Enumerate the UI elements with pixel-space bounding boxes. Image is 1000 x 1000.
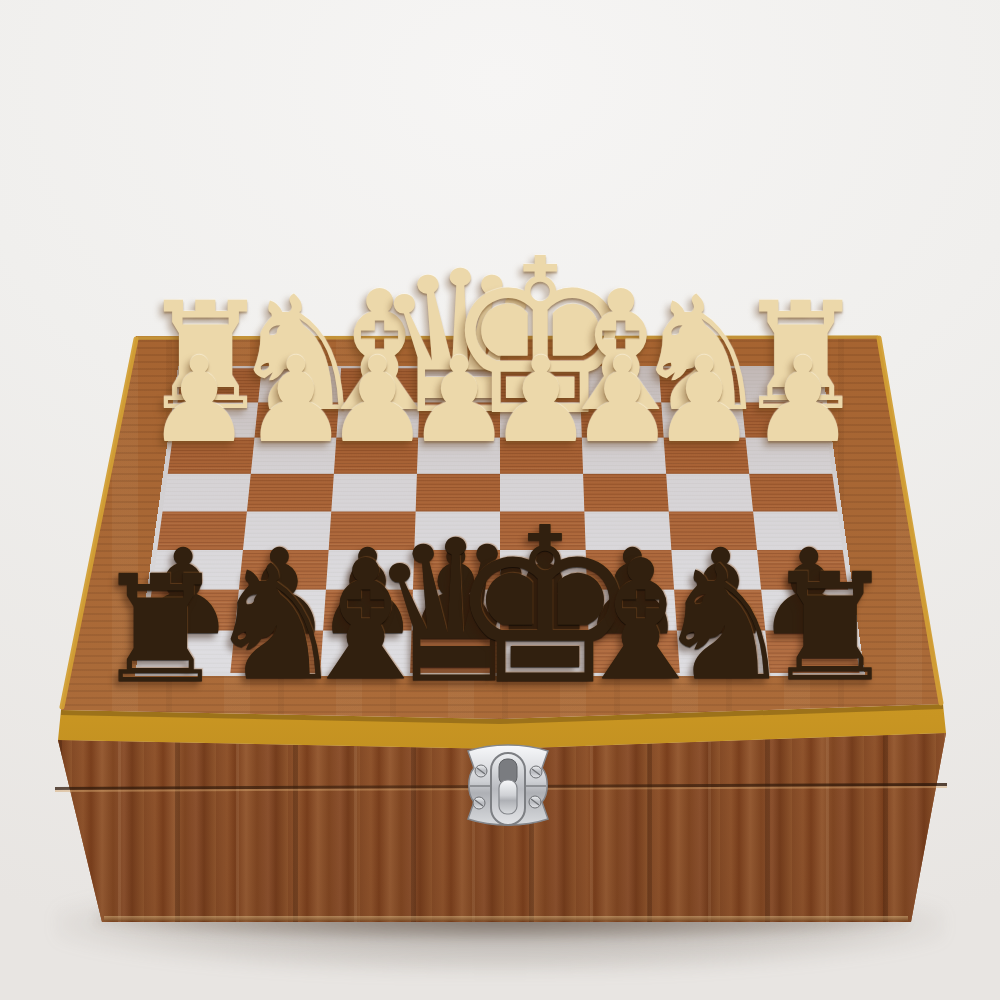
square-a6[interactable] — [152, 550, 243, 590]
square-b5[interactable] — [243, 511, 331, 549]
square-d2[interactable] — [418, 403, 500, 438]
square-g3[interactable] — [664, 438, 750, 474]
square-h4[interactable] — [749, 474, 837, 511]
square-a5[interactable] — [157, 511, 247, 549]
square-h7[interactable] — [761, 589, 854, 630]
square-h5[interactable] — [753, 511, 843, 549]
square-c6[interactable] — [326, 550, 414, 590]
square-g4[interactable] — [666, 474, 753, 511]
square-c8[interactable] — [320, 630, 411, 672]
square-b2[interactable] — [254, 403, 338, 438]
square-g6[interactable] — [671, 550, 761, 590]
square-d1[interactable] — [419, 368, 500, 402]
square-b6[interactable] — [239, 550, 329, 590]
square-b3[interactable] — [251, 438, 337, 474]
square-f6[interactable] — [586, 550, 674, 590]
square-d7[interactable] — [412, 589, 500, 630]
square-f7[interactable] — [587, 589, 677, 630]
square-h3[interactable] — [746, 438, 833, 474]
square-a3[interactable] — [168, 438, 255, 474]
square-e1[interactable] — [500, 368, 581, 402]
latch-hasp-tongue — [499, 780, 517, 814]
square-h8[interactable] — [765, 630, 859, 672]
square-e6[interactable] — [500, 550, 587, 590]
square-c2[interactable] — [336, 403, 419, 438]
metal-latch — [452, 742, 564, 836]
square-d6[interactable] — [413, 550, 500, 590]
square-f3[interactable] — [582, 438, 666, 474]
square-g2[interactable] — [661, 403, 745, 438]
square-a2[interactable] — [173, 403, 258, 438]
square-h1[interactable] — [738, 368, 822, 402]
square-d4[interactable] — [416, 474, 500, 511]
square-c7[interactable] — [323, 589, 413, 630]
square-b1[interactable] — [258, 368, 341, 402]
square-f1[interactable] — [579, 368, 661, 402]
square-c3[interactable] — [334, 438, 418, 474]
square-g8[interactable] — [677, 630, 770, 672]
square-d5[interactable] — [414, 511, 500, 549]
square-e5[interactable] — [500, 511, 586, 549]
square-e8[interactable] — [500, 630, 590, 672]
square-g1[interactable] — [659, 368, 742, 402]
square-h2[interactable] — [742, 403, 827, 438]
square-c5[interactable] — [329, 511, 416, 549]
square-g7[interactable] — [674, 589, 765, 630]
square-g5[interactable] — [669, 511, 757, 549]
square-b8[interactable] — [230, 630, 323, 672]
square-f2[interactable] — [581, 403, 664, 438]
chess-board — [135, 366, 865, 676]
square-e7[interactable] — [500, 589, 588, 630]
square-a4[interactable] — [163, 474, 251, 511]
square-e3[interactable] — [500, 438, 583, 474]
square-a8[interactable] — [140, 630, 234, 672]
square-f8[interactable] — [588, 630, 679, 672]
square-f4[interactable] — [583, 474, 669, 511]
square-b4[interactable] — [247, 474, 334, 511]
square-b7[interactable] — [235, 589, 326, 630]
square-d8[interactable] — [410, 630, 500, 672]
square-d3[interactable] — [417, 438, 500, 474]
square-f5[interactable] — [584, 511, 671, 549]
square-e2[interactable] — [500, 403, 582, 438]
square-a7[interactable] — [146, 589, 239, 630]
square-h6[interactable] — [757, 550, 848, 590]
square-c1[interactable] — [339, 368, 421, 402]
product-photo-scene: ♜♞♝♛♚♝♞♜♟♟♟♟♟♟♟♟♟♟♟♟♟♟♟♟♜♞♝♛♚♝♞♜ — [0, 0, 1000, 1000]
square-a1[interactable] — [177, 368, 261, 402]
square-e4[interactable] — [500, 474, 584, 511]
square-c4[interactable] — [331, 474, 417, 511]
box-bottom-edge — [104, 916, 908, 921]
